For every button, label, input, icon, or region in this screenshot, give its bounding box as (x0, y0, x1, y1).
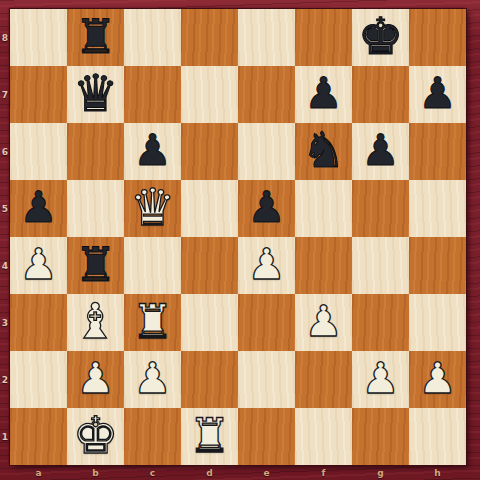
black-king-g8[interactable]: ♚ (358, 11, 404, 62)
square-g3[interactable] (352, 294, 409, 351)
white-pawn-f3[interactable]: ♟ (304, 300, 343, 343)
file-labels: abcdefgh (10, 465, 466, 480)
square-c5[interactable]: ♛ (124, 180, 181, 237)
square-e6[interactable] (238, 123, 295, 180)
black-pawn-f7[interactable]: ♟ (304, 72, 343, 115)
black-pawn-g6[interactable]: ♟ (361, 129, 400, 172)
board: ♜♚♛♟♟♟♞♟♟♛♟♟♜♟♝♜♟♟♟♟♟♚♜ (10, 9, 466, 465)
square-b5[interactable] (67, 180, 124, 237)
square-b2[interactable]: ♟ (67, 351, 124, 408)
square-f2[interactable] (295, 351, 352, 408)
rank-label-5: 5 (0, 180, 10, 237)
square-a6[interactable] (10, 123, 67, 180)
square-d1[interactable]: ♜ (181, 408, 238, 465)
square-e1[interactable] (238, 408, 295, 465)
square-b4[interactable]: ♜ (67, 237, 124, 294)
rank-label-6: 6 (0, 123, 10, 180)
square-d3[interactable] (181, 294, 238, 351)
black-rook-b8[interactable]: ♜ (74, 13, 116, 60)
white-bishop-b3[interactable]: ♝ (74, 297, 118, 346)
square-f8[interactable] (295, 9, 352, 66)
black-pawn-c6[interactable]: ♟ (133, 129, 172, 172)
file-label-g: g (352, 465, 409, 480)
square-f3[interactable]: ♟ (295, 294, 352, 351)
black-knight-f6[interactable]: ♞ (302, 126, 346, 175)
rank-label-8: 8 (0, 9, 10, 66)
square-d4[interactable] (181, 237, 238, 294)
square-g1[interactable] (352, 408, 409, 465)
square-c6[interactable]: ♟ (124, 123, 181, 180)
rank-label-4: 4 (0, 237, 10, 294)
square-e7[interactable] (238, 66, 295, 123)
square-b6[interactable] (67, 123, 124, 180)
black-pawn-a5[interactable]: ♟ (19, 186, 58, 229)
square-h6[interactable] (409, 123, 466, 180)
square-c7[interactable] (124, 66, 181, 123)
square-a1[interactable] (10, 408, 67, 465)
rank-label-3: 3 (0, 294, 10, 351)
square-a7[interactable] (10, 66, 67, 123)
square-c4[interactable] (124, 237, 181, 294)
black-queen-b7[interactable]: ♛ (73, 68, 119, 119)
square-d5[interactable] (181, 180, 238, 237)
white-rook-d1[interactable]: ♜ (188, 412, 230, 459)
square-h8[interactable] (409, 9, 466, 66)
square-c3[interactable]: ♜ (124, 294, 181, 351)
square-h1[interactable] (409, 408, 466, 465)
black-rook-b4[interactable]: ♜ (74, 241, 116, 288)
square-g6[interactable]: ♟ (352, 123, 409, 180)
square-e2[interactable] (238, 351, 295, 408)
square-h4[interactable] (409, 237, 466, 294)
file-label-h: h (409, 465, 466, 480)
square-e5[interactable]: ♟ (238, 180, 295, 237)
square-g2[interactable]: ♟ (352, 351, 409, 408)
square-g8[interactable]: ♚ (352, 9, 409, 66)
square-d2[interactable] (181, 351, 238, 408)
square-c8[interactable] (124, 9, 181, 66)
file-label-d: d (181, 465, 238, 480)
white-king-b1[interactable]: ♚ (73, 410, 119, 461)
square-g7[interactable] (352, 66, 409, 123)
square-h2[interactable]: ♟ (409, 351, 466, 408)
square-e3[interactable] (238, 294, 295, 351)
square-f1[interactable] (295, 408, 352, 465)
black-pawn-e5[interactable]: ♟ (247, 186, 286, 229)
white-pawn-h2[interactable]: ♟ (418, 357, 457, 400)
square-b7[interactable]: ♛ (67, 66, 124, 123)
rank-label-1: 1 (0, 408, 10, 465)
square-a8[interactable] (10, 9, 67, 66)
square-g4[interactable] (352, 237, 409, 294)
rank-label-7: 7 (0, 66, 10, 123)
square-a5[interactable]: ♟ (10, 180, 67, 237)
square-c1[interactable] (124, 408, 181, 465)
white-rook-c3[interactable]: ♜ (131, 298, 173, 345)
square-e8[interactable] (238, 9, 295, 66)
file-label-c: c (124, 465, 181, 480)
square-g5[interactable] (352, 180, 409, 237)
black-pawn-h7[interactable]: ♟ (418, 72, 457, 115)
file-label-f: f (295, 465, 352, 480)
square-h5[interactable] (409, 180, 466, 237)
rank-label-2: 2 (0, 351, 10, 408)
square-c2[interactable]: ♟ (124, 351, 181, 408)
file-label-e: e (238, 465, 295, 480)
square-a4[interactable]: ♟ (10, 237, 67, 294)
square-d7[interactable] (181, 66, 238, 123)
white-pawn-c2[interactable]: ♟ (133, 357, 172, 400)
square-a2[interactable] (10, 351, 67, 408)
square-b3[interactable]: ♝ (67, 294, 124, 351)
square-f6[interactable]: ♞ (295, 123, 352, 180)
square-f7[interactable]: ♟ (295, 66, 352, 123)
white-pawn-b2[interactable]: ♟ (76, 357, 115, 400)
rank-labels: 87654321 (0, 9, 10, 465)
square-b8[interactable]: ♜ (67, 9, 124, 66)
white-pawn-g2[interactable]: ♟ (361, 357, 400, 400)
file-label-b: b (67, 465, 124, 480)
white-queen-c5[interactable]: ♛ (130, 182, 176, 233)
square-h7[interactable]: ♟ (409, 66, 466, 123)
white-pawn-a4[interactable]: ♟ (19, 243, 58, 286)
square-d6[interactable] (181, 123, 238, 180)
square-f5[interactable] (295, 180, 352, 237)
square-b1[interactable]: ♚ (67, 408, 124, 465)
square-h3[interactable] (409, 294, 466, 351)
square-f4[interactable] (295, 237, 352, 294)
square-d8[interactable] (181, 9, 238, 66)
square-a3[interactable] (10, 294, 67, 351)
file-label-a: a (10, 465, 67, 480)
white-pawn-e4[interactable]: ♟ (247, 243, 286, 286)
square-e4[interactable]: ♟ (238, 237, 295, 294)
